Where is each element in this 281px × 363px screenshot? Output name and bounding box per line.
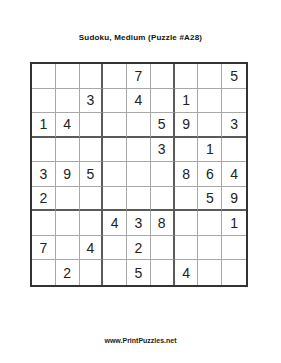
sudoku-cell-r5c8: 6 [198,162,222,187]
sudoku-cell-r8c8 [198,236,222,261]
sudoku-cell-r8c3: 4 [80,236,104,261]
sudoku-cell-r2c4 [103,89,127,114]
sudoku-cell-r7c9: 1 [222,211,246,236]
sudoku-cell-r5c9: 4 [222,162,246,187]
sudoku-cell-r8c2 [56,236,80,261]
sudoku-cell-r1c9: 5 [222,64,246,89]
sudoku-cell-r6c8: 5 [198,187,222,212]
sudoku-cell-r3c8 [198,113,222,138]
sudoku-cell-r2c5: 4 [127,89,151,114]
sudoku-cell-r9c6 [151,260,175,285]
sudoku-cell-r9c9 [222,260,246,285]
sudoku-cell-r3c4 [103,113,127,138]
sudoku-cell-r6c5 [127,187,151,212]
sudoku-cell-r4c7 [175,138,199,163]
page-title: Sudoku, Medium (Puzzle #A28) [0,33,281,42]
footer-url: www.PrintPuzzles.net [0,337,281,344]
sudoku-cell-r5c1: 3 [32,162,56,187]
sudoku-cell-r2c1 [32,89,56,114]
sudoku-cell-r7c6: 8 [151,211,175,236]
sudoku-cell-r4c2 [56,138,80,163]
sudoku-cell-r6c3 [80,187,104,212]
sudoku-cell-r3c3 [80,113,104,138]
sudoku-cell-r7c4: 4 [103,211,127,236]
sudoku-cell-r5c7: 8 [175,162,199,187]
sudoku-cell-r6c6 [151,187,175,212]
sudoku-cell-r1c6 [151,64,175,89]
sudoku-cell-r2c3: 3 [80,89,104,114]
sudoku-cell-r4c5 [127,138,151,163]
sudoku-cell-r2c8 [198,89,222,114]
sudoku-cell-r4c3 [80,138,104,163]
sudoku-cell-r4c1 [32,138,56,163]
sudoku-cell-r9c1 [32,260,56,285]
sudoku-cell-r2c9 [222,89,246,114]
sudoku-cell-r3c6: 5 [151,113,175,138]
sudoku-cell-r4c6: 3 [151,138,175,163]
sudoku-cell-r6c1: 2 [32,187,56,212]
sudoku-cell-r4c8: 1 [198,138,222,163]
sudoku-cell-r2c7: 1 [175,89,199,114]
sudoku-cell-r7c1 [32,211,56,236]
sudoku-cell-r5c5 [127,162,151,187]
sudoku-cell-r1c4 [103,64,127,89]
sudoku-cell-r4c4 [103,138,127,163]
sudoku-cell-r6c2 [56,187,80,212]
sudoku-cell-r3c1: 1 [32,113,56,138]
sudoku-cell-r7c5: 3 [127,211,151,236]
sudoku-cell-r9c7: 4 [175,260,199,285]
sudoku-cell-r5c3: 5 [80,162,104,187]
sudoku-cell-r6c7 [175,187,199,212]
sudoku-cell-r1c3 [80,64,104,89]
sudoku-cell-r3c7: 9 [175,113,199,138]
sudoku-cell-r1c1 [32,64,56,89]
sudoku-cell-r3c5 [127,113,151,138]
sudoku-cell-r8c9 [222,236,246,261]
sudoku-cell-r8c7 [175,236,199,261]
sudoku-cell-r3c2: 4 [56,113,80,138]
sudoku-cell-r8c6 [151,236,175,261]
sudoku-cell-r9c3 [80,260,104,285]
sudoku-cell-r2c6 [151,89,175,114]
sudoku-cell-r6c4 [103,187,127,212]
sudoku-cell-r1c8 [198,64,222,89]
sudoku-cell-r6c9: 9 [222,187,246,212]
sudoku-cell-r9c2: 2 [56,260,80,285]
sudoku-cell-r4c9 [222,138,246,163]
sudoku-cell-r1c2 [56,64,80,89]
sudoku-cell-r1c7 [175,64,199,89]
sudoku-cell-r8c4 [103,236,127,261]
sudoku-cell-r8c1: 7 [32,236,56,261]
sudoku-cell-r7c8 [198,211,222,236]
sudoku-cell-r3c9: 3 [222,113,246,138]
sudoku-cell-r5c2: 9 [56,162,80,187]
sudoku-cell-r7c7 [175,211,199,236]
sudoku-cell-r5c6 [151,162,175,187]
sudoku-cell-r7c2 [56,211,80,236]
sudoku-cell-r8c5: 2 [127,236,151,261]
sudoku-cell-r1c5: 7 [127,64,151,89]
sudoku-grid: 7534114593313958642594381742254 [30,62,248,287]
sudoku-cell-r9c4 [103,260,127,285]
sudoku-cell-r9c8 [198,260,222,285]
sudoku-cell-r2c2 [56,89,80,114]
sudoku-cell-r9c5: 5 [127,260,151,285]
sudoku-cell-r5c4 [103,162,127,187]
sudoku-cell-r7c3 [80,211,104,236]
